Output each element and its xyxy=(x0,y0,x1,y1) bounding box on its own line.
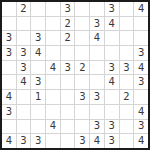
cell-r6c7[interactable] xyxy=(90,75,104,89)
cell-r2c8-clue: 4 xyxy=(105,17,119,31)
cell-r8c4[interactable] xyxy=(46,105,60,119)
cell-r2c5-clue: 2 xyxy=(61,17,75,31)
cell-r9c9[interactable] xyxy=(120,120,134,134)
cell-r3c1-clue: 3 xyxy=(2,31,16,45)
cell-r3c4[interactable] xyxy=(46,31,60,45)
cell-r5c6-clue: 2 xyxy=(75,61,89,75)
cell-r7c10[interactable] xyxy=(134,90,148,104)
cell-r2c9[interactable] xyxy=(120,17,134,31)
cell-r5c10-clue: 4 xyxy=(134,61,148,75)
cell-r3c7-clue: 4 xyxy=(90,31,104,45)
cell-r4c1-clue: 3 xyxy=(2,46,16,60)
cell-r8c5[interactable] xyxy=(61,105,75,119)
cell-r7c3-clue: 1 xyxy=(31,90,45,104)
cell-r4c10-clue: 3 xyxy=(134,46,148,60)
cell-r4c7[interactable] xyxy=(90,46,104,60)
cell-r10c4[interactable] xyxy=(46,134,60,148)
cell-r10c10-clue: 4 xyxy=(134,134,148,148)
cell-r1c4[interactable] xyxy=(46,2,60,16)
cell-r1c2-clue: 2 xyxy=(17,2,31,16)
cell-r6c8-clue: 4 xyxy=(105,75,119,89)
cell-r7c6-clue: 3 xyxy=(75,90,89,104)
cell-r7c9-clue: 2 xyxy=(120,90,134,104)
cell-r6c6[interactable] xyxy=(75,75,89,89)
cell-r5c9-clue: 3 xyxy=(120,61,134,75)
cell-r3c5-clue: 2 xyxy=(61,31,75,45)
cell-r3c9[interactable] xyxy=(120,31,134,45)
cell-r6c2-clue: 4 xyxy=(17,75,31,89)
cell-r8c6[interactable] xyxy=(75,105,89,119)
cell-r10c1-clue: 4 xyxy=(2,134,16,148)
cell-r3c2[interactable] xyxy=(17,31,31,45)
cell-r9c2[interactable] xyxy=(17,120,31,134)
cell-r9c8-clue: 3 xyxy=(105,120,119,134)
cell-r9c7-clue: 3 xyxy=(90,120,104,134)
cell-r4c9[interactable] xyxy=(120,46,134,60)
cell-r3c10[interactable] xyxy=(134,31,148,45)
cell-r7c7-clue: 3 xyxy=(90,90,104,104)
cell-r2c6[interactable] xyxy=(75,17,89,31)
minesweeper-grid: 2334234332433433432334434341332344333433… xyxy=(2,2,148,148)
cell-r10c7-clue: 4 xyxy=(90,134,104,148)
cell-r9c3[interactable] xyxy=(31,120,45,134)
cell-r4c5[interactable] xyxy=(61,46,75,60)
cell-r1c3[interactable] xyxy=(31,2,45,16)
cell-r1c8-clue: 3 xyxy=(105,2,119,16)
cell-r10c5[interactable] xyxy=(61,134,75,148)
cell-r4c2-clue: 3 xyxy=(17,46,31,60)
cell-r9c4-clue: 4 xyxy=(46,120,60,134)
cell-r2c1[interactable] xyxy=(2,17,16,31)
cell-r5c1[interactable] xyxy=(2,61,16,75)
cell-r7c5[interactable] xyxy=(61,90,75,104)
cell-r10c3-clue: 3 xyxy=(31,134,45,148)
cell-r6c9[interactable] xyxy=(120,75,134,89)
cell-r10c8-clue: 3 xyxy=(105,134,119,148)
cell-r4c6[interactable] xyxy=(75,46,89,60)
cell-r10c6-clue: 3 xyxy=(75,134,89,148)
cell-r8c2[interactable] xyxy=(17,105,31,119)
cell-r6c5[interactable] xyxy=(61,75,75,89)
cell-r7c4[interactable] xyxy=(46,90,60,104)
cell-r8c10-clue: 4 xyxy=(134,105,148,119)
cell-r7c1-clue: 4 xyxy=(2,90,16,104)
cell-r5c5-clue: 3 xyxy=(61,61,75,75)
cell-r8c7[interactable] xyxy=(90,105,104,119)
cell-r5c2-clue: 3 xyxy=(17,61,31,75)
cell-r6c4[interactable] xyxy=(46,75,60,89)
cell-r8c3[interactable] xyxy=(31,105,45,119)
cell-r6c3-clue: 3 xyxy=(31,75,45,89)
cell-r5c4-clue: 4 xyxy=(46,61,60,75)
cell-r8c1-clue: 3 xyxy=(2,105,16,119)
cell-r7c8[interactable] xyxy=(105,90,119,104)
cell-r3c3-clue: 3 xyxy=(31,31,45,45)
cell-r3c8[interactable] xyxy=(105,31,119,45)
cell-r10c2-clue: 3 xyxy=(17,134,31,148)
cell-r1c7[interactable] xyxy=(90,2,104,16)
cell-r10c9[interactable] xyxy=(120,134,134,148)
cell-r2c7-clue: 3 xyxy=(90,17,104,31)
cell-r9c6[interactable] xyxy=(75,120,89,134)
cell-r5c7[interactable] xyxy=(90,61,104,75)
cell-r1c10-clue: 4 xyxy=(134,2,148,16)
cell-r6c10-clue: 3 xyxy=(134,75,148,89)
cell-r2c3[interactable] xyxy=(31,17,45,31)
cell-r3c6[interactable] xyxy=(75,31,89,45)
cell-r6c1[interactable] xyxy=(2,75,16,89)
cell-r1c1[interactable] xyxy=(2,2,16,16)
cell-r2c2[interactable] xyxy=(17,17,31,31)
cell-r9c5[interactable] xyxy=(61,120,75,134)
cell-r9c1[interactable] xyxy=(2,120,16,134)
cell-r4c3-clue: 4 xyxy=(31,46,45,60)
cell-r5c3[interactable] xyxy=(31,61,45,75)
cell-r7c2[interactable] xyxy=(17,90,31,104)
cell-r8c8[interactable] xyxy=(105,105,119,119)
cell-r4c4[interactable] xyxy=(46,46,60,60)
cell-r1c5-clue: 3 xyxy=(61,2,75,16)
cell-r5c8-clue: 3 xyxy=(105,61,119,75)
minesweeper-board: 2334234332433433432334434341332344333433… xyxy=(0,0,150,150)
cell-r9c10-clue: 3 xyxy=(134,120,148,134)
cell-r4c8[interactable] xyxy=(105,46,119,60)
cell-r1c6[interactable] xyxy=(75,2,89,16)
cell-r1c9[interactable] xyxy=(120,2,134,16)
cell-r2c4[interactable] xyxy=(46,17,60,31)
cell-r2c10[interactable] xyxy=(134,17,148,31)
cell-r8c9[interactable] xyxy=(120,105,134,119)
